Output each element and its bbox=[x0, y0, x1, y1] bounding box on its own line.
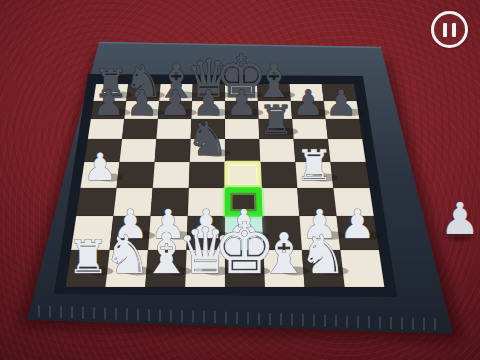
piece-black-pawn-g7[interactable]: ♟ bbox=[292, 83, 323, 123]
captured-piece-tray: ♟ bbox=[438, 192, 480, 252]
frame-tick bbox=[93, 307, 95, 319]
square-h5[interactable] bbox=[328, 139, 366, 162]
frame-tick bbox=[104, 308, 106, 320]
piece-black-pawn-h7[interactable]: ♟ bbox=[326, 83, 357, 123]
square-h1[interactable] bbox=[340, 250, 384, 287]
frame-tick bbox=[148, 309, 150, 321]
frame-tick bbox=[258, 313, 260, 325]
frame-tick bbox=[291, 314, 293, 326]
frame-tick bbox=[269, 313, 271, 325]
frame-tick bbox=[412, 318, 414, 330]
frame-tick bbox=[49, 306, 51, 318]
frame-tick bbox=[115, 308, 117, 320]
pause-button[interactable] bbox=[431, 11, 468, 48]
square-b5[interactable] bbox=[120, 139, 157, 162]
piece-black-pawn-b7[interactable]: ♟ bbox=[126, 83, 157, 123]
frame-tick bbox=[192, 310, 194, 322]
frame-tick bbox=[247, 312, 249, 324]
frame-tick bbox=[181, 310, 183, 322]
frame-tick bbox=[280, 313, 282, 325]
frame-tick bbox=[434, 318, 436, 330]
frame-tick bbox=[203, 311, 205, 323]
frame-tick bbox=[423, 318, 425, 330]
frame-tick bbox=[324, 315, 326, 327]
frame-tick bbox=[390, 317, 392, 329]
frame-tick bbox=[71, 306, 73, 318]
pause-icon bbox=[443, 23, 447, 37]
frame-tick bbox=[60, 306, 62, 318]
square-c5[interactable] bbox=[155, 139, 191, 162]
frame-tick bbox=[335, 315, 337, 327]
square-b4[interactable] bbox=[117, 162, 155, 188]
frame-tick bbox=[38, 305, 40, 317]
square-a3[interactable] bbox=[76, 188, 116, 216]
piece-white-knight-g1[interactable]: ♞ bbox=[299, 223, 347, 286]
pause-icon bbox=[452, 23, 456, 37]
frame-tick bbox=[357, 316, 359, 328]
frame-tick bbox=[401, 317, 403, 329]
chess-board: ♜♞♝♛♚♝♟♟♟♟♟♟♟♜♞♟♜♟♟♟♟♟♟♜♞♝♛♚♝♞ bbox=[0, 0, 480, 360]
square-h4[interactable] bbox=[331, 162, 370, 188]
square-c4[interactable] bbox=[153, 162, 190, 188]
frame-tick bbox=[379, 317, 381, 329]
frame-tick bbox=[82, 307, 84, 319]
frame-tick bbox=[137, 309, 139, 321]
piece-black-pawn-e7[interactable]: ♟ bbox=[226, 83, 257, 123]
captured-pawn-shadow bbox=[442, 234, 478, 243]
square-e5[interactable] bbox=[225, 139, 260, 162]
frame-tick bbox=[346, 316, 348, 328]
frame-tick bbox=[302, 314, 304, 326]
frame-tick bbox=[225, 312, 227, 324]
frame-tick bbox=[126, 308, 128, 320]
piece-black-knight-d5[interactable]: ♞ bbox=[186, 111, 229, 166]
piece-white-pawn-a4[interactable]: ♟ bbox=[83, 145, 117, 189]
frame-tick bbox=[236, 312, 238, 324]
frame-tick bbox=[313, 314, 315, 326]
square-f4[interactable] bbox=[260, 162, 297, 188]
piece-black-rook-f6[interactable]: ♜ bbox=[258, 97, 294, 143]
frame-tick bbox=[159, 309, 161, 321]
piece-black-pawn-a7[interactable]: ♟ bbox=[93, 83, 124, 123]
frame-tick bbox=[170, 310, 172, 322]
highlight-fill-e4 bbox=[227, 163, 259, 186]
frame-tick bbox=[368, 316, 370, 328]
app-screen: ♜♞♝♛♚♝♟♟♟♟♟♟♟♜♞♟♜♟♟♟♟♟♟♜♞♝♛♚♝♞ ♟ bbox=[0, 0, 480, 360]
frame-tick bbox=[214, 311, 216, 323]
piece-white-rook-g4[interactable]: ♜ bbox=[295, 141, 333, 190]
